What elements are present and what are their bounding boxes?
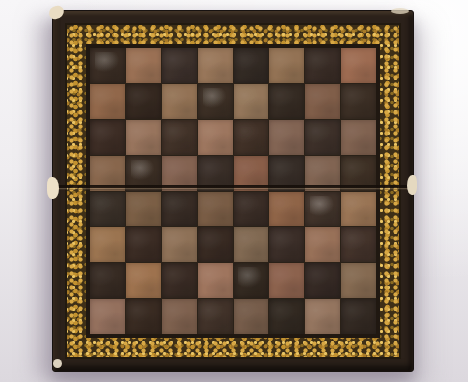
board-square (126, 299, 161, 334)
board-square (126, 192, 161, 227)
board-square (198, 84, 233, 119)
board-square (234, 299, 269, 334)
board-square (234, 227, 269, 262)
board-square (162, 192, 197, 227)
board-square (198, 227, 233, 262)
board-square (269, 48, 304, 83)
board-square (90, 84, 125, 119)
board-square (341, 84, 376, 119)
board-square (305, 227, 340, 262)
board-square (305, 299, 340, 334)
board-square (90, 192, 125, 227)
board-square (234, 48, 269, 83)
board-square (90, 120, 125, 155)
board-square (234, 84, 269, 119)
board-square (126, 227, 161, 262)
board-square (269, 263, 304, 298)
board-square (162, 48, 197, 83)
board-square (305, 192, 340, 227)
wear-chip-left-hinge (47, 177, 59, 199)
board-square (234, 120, 269, 155)
board-square (162, 120, 197, 155)
board-square (234, 192, 269, 227)
board-square (269, 299, 304, 334)
board-square (90, 299, 125, 334)
board-square (198, 48, 233, 83)
board-square (341, 227, 376, 262)
fold-seam (50, 185, 416, 190)
board-square (341, 48, 376, 83)
board-square (305, 120, 340, 155)
board-square (90, 227, 125, 262)
board-square (126, 84, 161, 119)
board-square (341, 120, 376, 155)
board-square (341, 299, 376, 334)
board-square (198, 192, 233, 227)
board-square (90, 263, 125, 298)
board-square (90, 48, 125, 83)
board-square (341, 263, 376, 298)
board-square (305, 84, 340, 119)
board-square (126, 263, 161, 298)
board-square (126, 48, 161, 83)
board-square (162, 227, 197, 262)
board-square (162, 299, 197, 334)
photo-background (0, 0, 468, 382)
chessboard (52, 10, 414, 372)
board-square (198, 299, 233, 334)
wear-top-right-edge (391, 8, 409, 14)
wear-chip-right-hinge (407, 175, 417, 195)
board-square (198, 120, 233, 155)
board-grid (90, 48, 376, 334)
board-square (269, 84, 304, 119)
board-square (269, 120, 304, 155)
board-square (126, 120, 161, 155)
board-square (234, 263, 269, 298)
board-square (269, 227, 304, 262)
board-square (305, 263, 340, 298)
board-square (162, 263, 197, 298)
board-square (198, 263, 233, 298)
wear-chip-bottom-left (53, 359, 62, 368)
board-square (341, 192, 376, 227)
board-square (269, 192, 304, 227)
board-square (305, 48, 340, 83)
board-square (162, 84, 197, 119)
